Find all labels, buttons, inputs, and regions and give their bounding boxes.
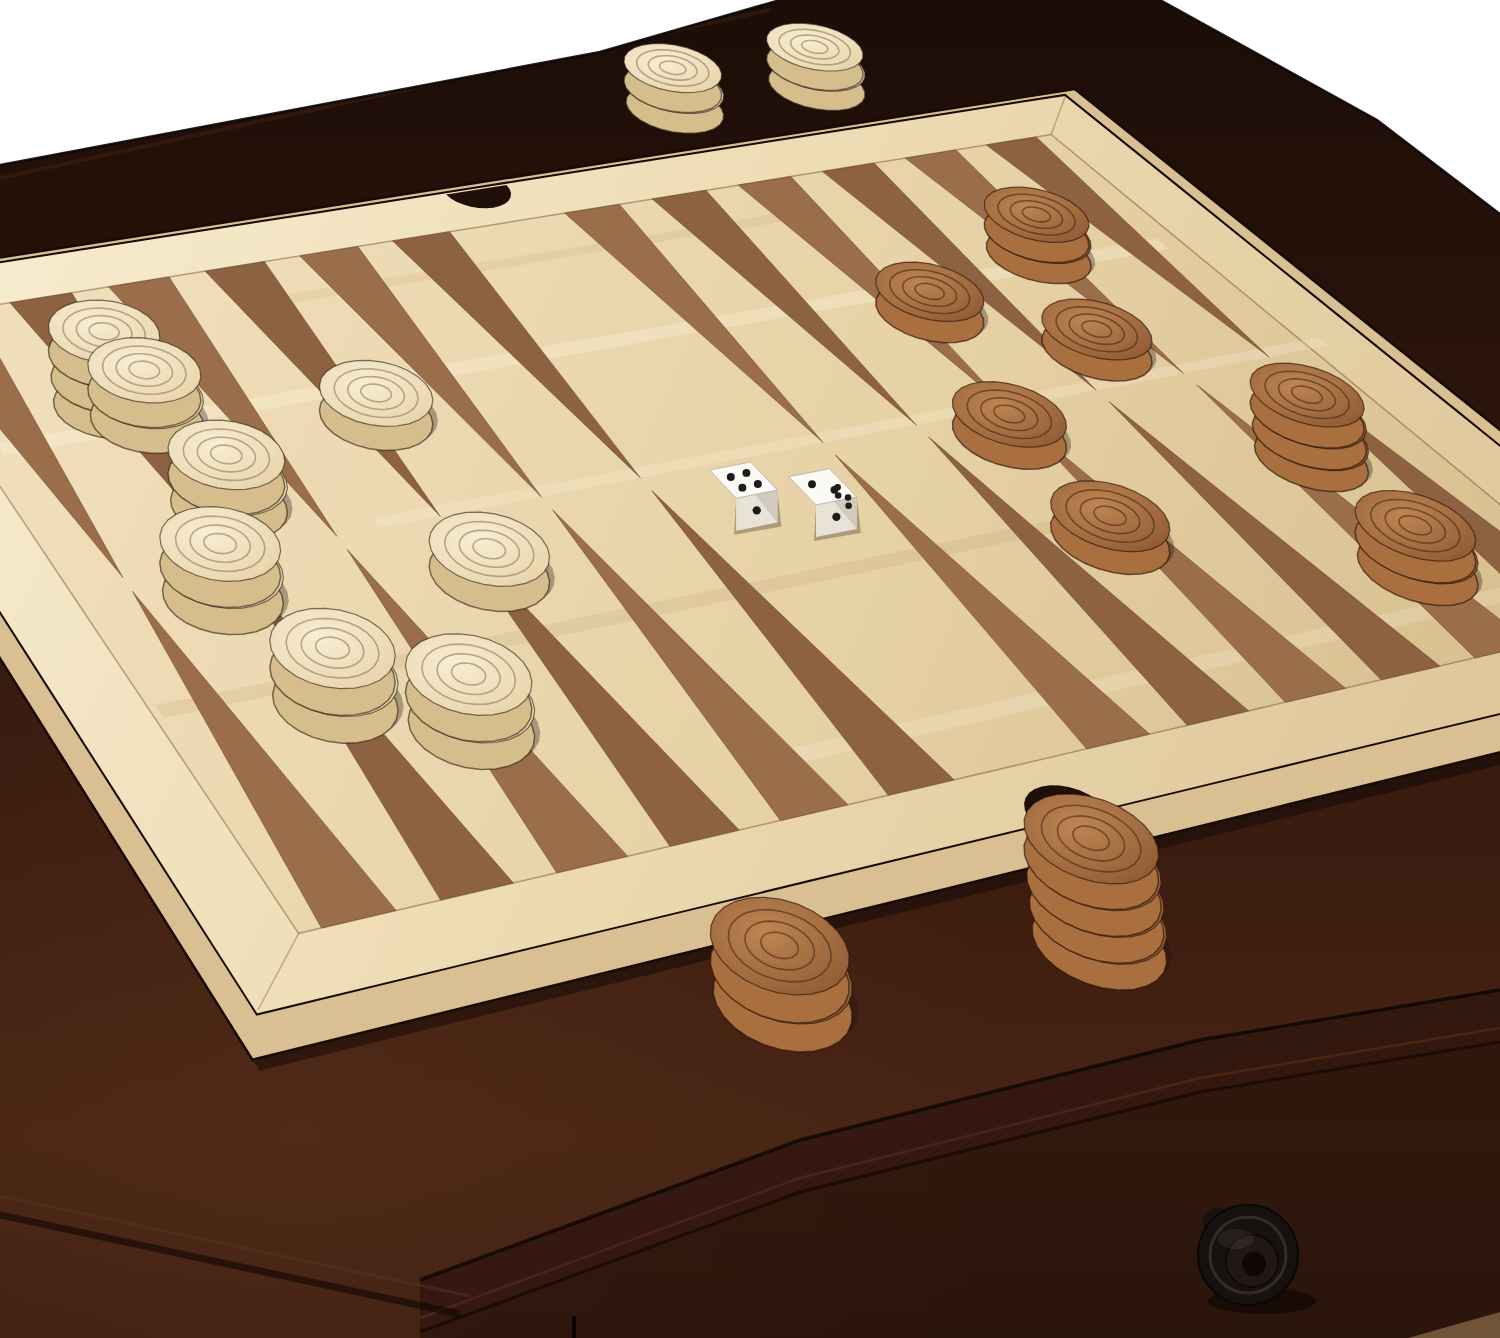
die-pip (753, 506, 761, 514)
die-pip (754, 480, 762, 488)
die-pip (727, 473, 735, 481)
die-pip (832, 513, 840, 521)
die-pip (742, 469, 750, 477)
game-table-photo (0, 0, 1500, 1338)
die-pip (808, 480, 816, 488)
die-pip (845, 502, 852, 509)
knob-highlight (1218, 1229, 1254, 1249)
die-pip (738, 484, 746, 492)
knob-core (1242, 1252, 1266, 1276)
die-pip (834, 484, 841, 491)
die-pip (845, 494, 852, 501)
die-pip (835, 492, 842, 499)
scene-svg (0, 0, 1500, 1338)
